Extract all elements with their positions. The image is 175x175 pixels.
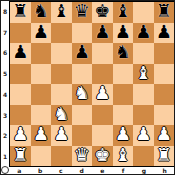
square-c7[interactable]	[51, 23, 72, 44]
white-to-move-indicator	[1, 166, 9, 174]
square-d4[interactable]: ♞	[72, 84, 93, 105]
black-king-e8[interactable]: ♚	[94, 2, 110, 20]
square-f6[interactable]: ♞	[113, 43, 134, 64]
file-label-c: c	[51, 167, 72, 175]
white-bishop-f1[interactable]: ♝	[115, 146, 131, 164]
square-d1[interactable]: ♛	[72, 146, 93, 167]
square-e3[interactable]	[92, 105, 113, 126]
square-f8[interactable]: ♝	[113, 2, 134, 23]
square-h8[interactable]: ♜	[154, 2, 175, 23]
square-e5[interactable]	[92, 64, 113, 85]
square-d5[interactable]	[72, 64, 93, 85]
black-pawn-a6[interactable]: ♟	[12, 43, 28, 61]
square-a4[interactable]	[10, 84, 31, 105]
black-pawn-d6[interactable]: ♟	[74, 43, 90, 61]
black-rook-h8[interactable]: ♜	[156, 2, 172, 20]
black-pawn-f7[interactable]: ♟	[115, 23, 131, 41]
square-g1[interactable]	[133, 146, 154, 167]
square-e6[interactable]	[92, 43, 113, 64]
black-queen-d8[interactable]: ♛	[74, 2, 90, 20]
square-e7[interactable]: ♟	[92, 23, 113, 44]
square-c6[interactable]	[51, 43, 72, 64]
rank-labels: 87654321	[1, 1, 9, 167]
square-a6[interactable]: ♟	[10, 43, 31, 64]
chess-diagram: 87654321 ♜♞♝♛♚♝♜♟♟♟♟♟♟♟♞♝♞♟♞♟♟♟♟♟♟♜♛♚♝♜ …	[0, 0, 175, 175]
square-a3[interactable]	[10, 105, 31, 126]
white-pawn-a2[interactable]: ♟	[12, 125, 28, 143]
rank-label-5: 5	[1, 63, 9, 84]
square-h6[interactable]	[154, 43, 175, 64]
square-c5[interactable]	[51, 64, 72, 85]
square-f2[interactable]: ♟	[113, 125, 134, 146]
file-labels: abcdefgh	[9, 167, 175, 175]
file-label-d: d	[71, 167, 92, 175]
square-b3[interactable]	[31, 105, 52, 126]
square-d7[interactable]	[72, 23, 93, 44]
square-h5[interactable]	[154, 64, 175, 85]
square-g8[interactable]	[133, 2, 154, 23]
square-f1[interactable]: ♝	[113, 146, 134, 167]
square-b5[interactable]	[31, 64, 52, 85]
black-pawn-g7[interactable]: ♟	[135, 23, 151, 41]
square-c4[interactable]	[51, 84, 72, 105]
square-h7[interactable]: ♟	[154, 23, 175, 44]
square-g2[interactable]: ♟	[133, 125, 154, 146]
square-c1[interactable]	[51, 146, 72, 167]
white-rook-h1[interactable]: ♜	[156, 146, 172, 164]
rank-label-6: 6	[1, 43, 9, 64]
square-f5[interactable]	[113, 64, 134, 85]
square-f3[interactable]	[113, 105, 134, 126]
black-knight-f6[interactable]: ♞	[115, 43, 131, 61]
black-bishop-f8[interactable]: ♝	[115, 2, 131, 20]
black-knight-b8[interactable]: ♞	[33, 2, 49, 20]
file-label-h: h	[154, 167, 175, 175]
square-c3[interactable]: ♞	[51, 105, 72, 126]
square-b8[interactable]: ♞	[31, 2, 52, 23]
file-label-b: b	[30, 167, 51, 175]
white-bishop-g5[interactable]: ♝	[135, 64, 151, 82]
square-a2[interactable]: ♟	[10, 125, 31, 146]
square-b6[interactable]	[31, 43, 52, 64]
rank-label-1: 1	[1, 146, 9, 167]
square-g4[interactable]	[133, 84, 154, 105]
square-g3[interactable]	[133, 105, 154, 126]
white-pawn-f2[interactable]: ♟	[115, 125, 131, 143]
white-pawn-g2[interactable]: ♟	[135, 125, 151, 143]
square-b1[interactable]	[31, 146, 52, 167]
white-pawn-h2[interactable]: ♟	[156, 125, 172, 143]
square-e1[interactable]: ♚	[92, 146, 113, 167]
white-pawn-b2[interactable]: ♟	[33, 125, 49, 143]
file-label-a: a	[9, 167, 30, 175]
square-d6[interactable]: ♟	[72, 43, 93, 64]
square-d3[interactable]	[72, 105, 93, 126]
black-bishop-c8[interactable]: ♝	[53, 2, 69, 20]
square-a1[interactable]: ♜	[10, 146, 31, 167]
white-rook-a1[interactable]: ♜	[12, 146, 28, 164]
square-g7[interactable]: ♟	[133, 23, 154, 44]
square-e4[interactable]: ♟	[92, 84, 113, 105]
square-b4[interactable]	[31, 84, 52, 105]
rank-label-3: 3	[1, 105, 9, 126]
white-queen-d1[interactable]: ♛	[74, 146, 90, 164]
square-h2[interactable]: ♟	[154, 125, 175, 146]
square-b7[interactable]: ♟	[31, 23, 52, 44]
square-f4[interactable]	[113, 84, 134, 105]
file-label-e: e	[92, 167, 113, 175]
square-c8[interactable]: ♝	[51, 2, 72, 23]
black-rook-a8[interactable]: ♜	[12, 2, 28, 20]
square-h4[interactable]	[154, 84, 175, 105]
white-king-e1[interactable]: ♚	[94, 146, 110, 164]
square-e2[interactable]	[92, 125, 113, 146]
black-pawn-h7[interactable]: ♟	[156, 23, 172, 41]
black-pawn-b7[interactable]: ♟	[33, 23, 49, 41]
square-d2[interactable]	[72, 125, 93, 146]
square-d8[interactable]: ♛	[72, 2, 93, 23]
square-g5[interactable]: ♝	[133, 64, 154, 85]
rank-label-2: 2	[1, 126, 9, 147]
file-label-f: f	[113, 167, 134, 175]
rank-label-8: 8	[1, 1, 9, 22]
white-knight-d4[interactable]: ♞	[74, 84, 90, 102]
chess-board: ♜♞♝♛♚♝♜♟♟♟♟♟♟♟♞♝♞♟♞♟♟♟♟♟♟♜♛♚♝♜	[9, 1, 175, 167]
square-b2[interactable]: ♟	[31, 125, 52, 146]
square-a5[interactable]	[10, 64, 31, 85]
square-h3[interactable]	[154, 105, 175, 126]
white-pawn-e4[interactable]: ♟	[94, 84, 110, 102]
rank-label-4: 4	[1, 84, 9, 105]
square-h1[interactable]: ♜	[154, 146, 175, 167]
square-f7[interactable]: ♟	[113, 23, 134, 44]
black-pawn-e7[interactable]: ♟	[94, 23, 110, 41]
rank-label-7: 7	[1, 22, 9, 43]
square-c2[interactable]: ♟	[51, 125, 72, 146]
white-pawn-c2[interactable]: ♟	[53, 125, 69, 143]
square-g6[interactable]	[133, 43, 154, 64]
file-label-g: g	[134, 167, 155, 175]
square-a8[interactable]: ♜	[10, 2, 31, 23]
square-a7[interactable]	[10, 23, 31, 44]
white-knight-c3[interactable]: ♞	[53, 105, 69, 123]
square-e8[interactable]: ♚	[92, 2, 113, 23]
